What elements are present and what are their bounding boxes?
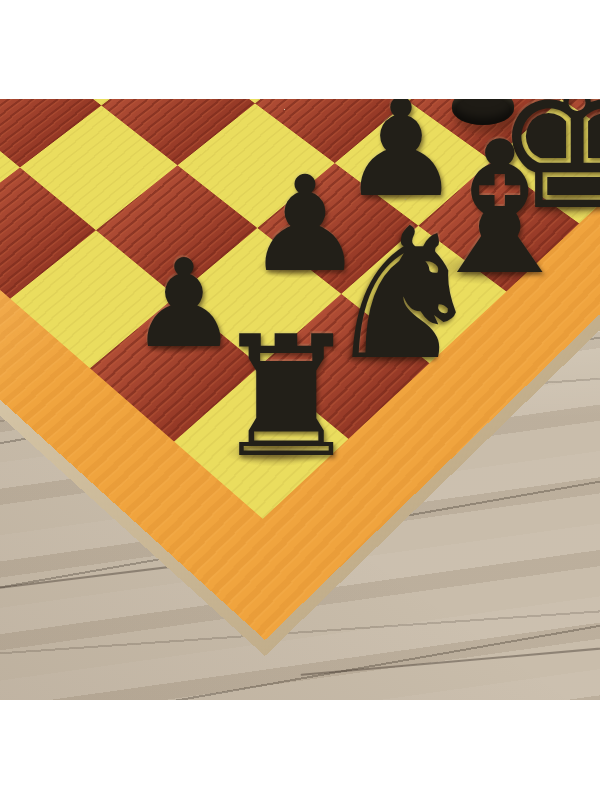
piece-shadow (138, 333, 214, 355)
bottom-margin (0, 700, 600, 800)
page-canvas: ♚♟♝♟♞♟♜ (0, 0, 600, 800)
product-photo: ♚♟♝♟♞♟♜ (0, 99, 600, 700)
piece-shadow (255, 255, 337, 279)
piece-shadow (335, 337, 447, 370)
piece-shadow (223, 437, 327, 467)
wood-grain-crack (301, 644, 600, 676)
piece-shadow (430, 252, 543, 285)
top-margin (0, 0, 600, 99)
